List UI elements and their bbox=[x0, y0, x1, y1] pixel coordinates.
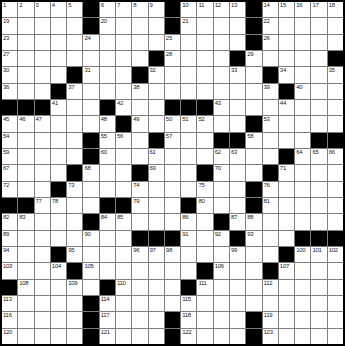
white-cell-r5-c4[interactable] bbox=[51, 67, 66, 82]
white-cell-r6-c21[interactable] bbox=[328, 84, 343, 99]
white-cell-r14-c20[interactable] bbox=[311, 214, 326, 229]
white-cell-r5-c14[interactable] bbox=[214, 67, 229, 82]
white-cell-r14-c11[interactable] bbox=[165, 214, 180, 229]
white-cell-r14-c16[interactable]: 88 bbox=[246, 214, 261, 229]
white-cell-r6-c12[interactable] bbox=[181, 84, 196, 99]
white-cell-r7-c20[interactable] bbox=[311, 100, 326, 115]
white-cell-r1-c4[interactable]: 4 bbox=[51, 2, 66, 17]
white-cell-r21-c9[interactable] bbox=[132, 329, 147, 344]
white-cell-r16-c9[interactable]: 96 bbox=[132, 247, 147, 262]
white-cell-r4-c8[interactable] bbox=[116, 51, 131, 66]
white-cell-r16-c21[interactable]: 102 bbox=[328, 247, 343, 262]
white-cell-r7-c4[interactable]: 41 bbox=[51, 100, 66, 115]
white-cell-r2-c21[interactable] bbox=[328, 18, 343, 33]
white-cell-r18-c4[interactable] bbox=[51, 280, 66, 295]
white-cell-r10-c5[interactable] bbox=[67, 149, 82, 164]
white-cell-r18-c11[interactable] bbox=[165, 280, 180, 295]
white-cell-r13-c21[interactable] bbox=[328, 198, 343, 213]
white-cell-r5-c18[interactable]: 34 bbox=[279, 67, 294, 82]
white-cell-r2-c19[interactable] bbox=[295, 18, 310, 33]
white-cell-r14-c21[interactable] bbox=[328, 214, 343, 229]
white-cell-r12-c12[interactable] bbox=[181, 182, 196, 197]
white-cell-r11-c15[interactable] bbox=[230, 165, 245, 180]
white-cell-r9-c19[interactable] bbox=[295, 133, 310, 148]
white-cell-r21-c21[interactable] bbox=[328, 329, 343, 344]
white-cell-r21-c17[interactable]: 123 bbox=[263, 329, 278, 344]
white-cell-r18-c15[interactable] bbox=[230, 280, 245, 295]
white-cell-r19-c19[interactable] bbox=[295, 296, 310, 311]
white-cell-r14-c15[interactable]: 87 bbox=[230, 214, 245, 229]
white-cell-r2-c2[interactable] bbox=[18, 18, 33, 33]
white-cell-r20-c1[interactable]: 116 bbox=[2, 312, 17, 327]
white-cell-r18-c8[interactable]: 110 bbox=[116, 280, 131, 295]
white-cell-r18-c10[interactable] bbox=[149, 280, 164, 295]
white-cell-r7-c10[interactable] bbox=[149, 100, 164, 115]
white-cell-r2-c14[interactable] bbox=[214, 18, 229, 33]
white-cell-r7-c15[interactable] bbox=[230, 100, 245, 115]
white-cell-r19-c4[interactable] bbox=[51, 296, 66, 311]
white-cell-r9-c3[interactable] bbox=[35, 133, 50, 148]
white-cell-r10-c2[interactable] bbox=[18, 149, 33, 164]
white-cell-r8-c15[interactable] bbox=[230, 116, 245, 131]
white-cell-r7-c14[interactable]: 43 bbox=[214, 100, 229, 115]
white-cell-r2-c3[interactable] bbox=[35, 18, 50, 33]
white-cell-r19-c11[interactable] bbox=[165, 296, 180, 311]
white-cell-r8-c11[interactable]: 50 bbox=[165, 116, 180, 131]
white-cell-r20-c2[interactable] bbox=[18, 312, 33, 327]
white-cell-r18-c19[interactable] bbox=[295, 280, 310, 295]
white-cell-r18-c3[interactable] bbox=[35, 280, 50, 295]
white-cell-r2-c18[interactable] bbox=[279, 18, 294, 33]
white-cell-r21-c12[interactable]: 122 bbox=[181, 329, 196, 344]
white-cell-r10-c14[interactable]: 62 bbox=[214, 149, 229, 164]
white-cell-r16-c19[interactable]: 100 bbox=[295, 247, 310, 262]
white-cell-r7-c6[interactable] bbox=[83, 100, 98, 115]
white-cell-r3-c7[interactable] bbox=[100, 35, 115, 50]
white-cell-r16-c7[interactable] bbox=[100, 247, 115, 262]
white-cell-r7-c9[interactable] bbox=[132, 100, 147, 115]
white-cell-r15-c18[interactable] bbox=[279, 231, 294, 246]
white-cell-r7-c17[interactable] bbox=[263, 100, 278, 115]
white-cell-r7-c21[interactable] bbox=[328, 100, 343, 115]
white-cell-r8-c10[interactable] bbox=[149, 116, 164, 131]
white-cell-r3-c3[interactable] bbox=[35, 35, 50, 50]
white-cell-r13-c10[interactable] bbox=[149, 198, 164, 213]
white-cell-r21-c1[interactable]: 120 bbox=[2, 329, 17, 344]
white-cell-r20-c12[interactable]: 118 bbox=[181, 312, 196, 327]
white-cell-r17-c20[interactable] bbox=[311, 263, 326, 278]
white-cell-r5-c3[interactable] bbox=[35, 67, 50, 82]
white-cell-r13-c18[interactable] bbox=[279, 198, 294, 213]
white-cell-r3-c20[interactable] bbox=[311, 35, 326, 50]
white-cell-r9-c1[interactable]: 54 bbox=[2, 133, 17, 148]
white-cell-r20-c17[interactable]: 119 bbox=[263, 312, 278, 327]
white-cell-r6-c2[interactable] bbox=[18, 84, 33, 99]
white-cell-r12-c17[interactable]: 76 bbox=[263, 182, 278, 197]
white-cell-r1-c3[interactable]: 3 bbox=[35, 2, 50, 17]
white-cell-r11-c10[interactable]: 69 bbox=[149, 165, 164, 180]
white-cell-r9-c4[interactable] bbox=[51, 133, 66, 148]
white-cell-r8-c1[interactable]: 45 bbox=[2, 116, 17, 131]
white-cell-r14-c2[interactable]: 83 bbox=[18, 214, 33, 229]
white-cell-r7-c19[interactable] bbox=[295, 100, 310, 115]
white-cell-r16-c17[interactable] bbox=[263, 247, 278, 262]
white-cell-r21-c5[interactable] bbox=[67, 329, 82, 344]
white-cell-r13-c9[interactable]: 79 bbox=[132, 198, 147, 213]
white-cell-r3-c14[interactable] bbox=[214, 35, 229, 50]
white-cell-r8-c9[interactable]: 49 bbox=[132, 116, 147, 131]
white-cell-r14-c18[interactable] bbox=[279, 214, 294, 229]
white-cell-r8-c6[interactable] bbox=[83, 116, 98, 131]
white-cell-r6-c10[interactable] bbox=[149, 84, 164, 99]
white-cell-r6-c13[interactable] bbox=[197, 84, 212, 99]
white-cell-r11-c20[interactable] bbox=[311, 165, 326, 180]
white-cell-r10-c8[interactable] bbox=[116, 149, 131, 164]
white-cell-r10-c3[interactable] bbox=[35, 149, 50, 164]
white-cell-r2-c5[interactable] bbox=[67, 18, 82, 33]
white-cell-r18-c16[interactable] bbox=[246, 280, 261, 295]
white-cell-r19-c18[interactable] bbox=[279, 296, 294, 311]
white-cell-r20-c7[interactable]: 117 bbox=[100, 312, 115, 327]
white-cell-r1-c1[interactable]: 1 bbox=[2, 2, 17, 17]
white-cell-r3-c15[interactable] bbox=[230, 35, 245, 50]
white-cell-r9-c2[interactable] bbox=[18, 133, 33, 148]
white-cell-r10-c7[interactable]: 60 bbox=[100, 149, 115, 164]
white-cell-r13-c15[interactable] bbox=[230, 198, 245, 213]
white-cell-r3-c2[interactable] bbox=[18, 35, 33, 50]
white-cell-r20-c20[interactable] bbox=[311, 312, 326, 327]
white-cell-r8-c17[interactable]: 53 bbox=[263, 116, 278, 131]
white-cell-r11-c2[interactable] bbox=[18, 165, 33, 180]
white-cell-r21-c4[interactable] bbox=[51, 329, 66, 344]
white-cell-r19-c15[interactable] bbox=[230, 296, 245, 311]
white-cell-r5-c1[interactable]: 30 bbox=[2, 67, 17, 82]
white-cell-r21-c8[interactable] bbox=[116, 329, 131, 344]
white-cell-r20-c19[interactable] bbox=[295, 312, 310, 327]
white-cell-r12-c21[interactable] bbox=[328, 182, 343, 197]
white-cell-r15-c16[interactable]: 93 bbox=[246, 231, 261, 246]
white-cell-r2-c10[interactable] bbox=[149, 18, 164, 33]
white-cell-r15-c14[interactable]: 92 bbox=[214, 231, 229, 246]
white-cell-r9-c12[interactable] bbox=[181, 133, 196, 148]
white-cell-r2-c17[interactable]: 22 bbox=[263, 18, 278, 33]
white-cell-r4-c9[interactable] bbox=[132, 51, 147, 66]
white-cell-r6-c5[interactable]: 37 bbox=[67, 84, 82, 99]
white-cell-r15-c6[interactable]: 90 bbox=[83, 231, 98, 246]
white-cell-r18-c21[interactable] bbox=[328, 280, 343, 295]
white-cell-r15-c2[interactable] bbox=[18, 231, 33, 246]
white-cell-r12-c6[interactable] bbox=[83, 182, 98, 197]
white-cell-r5-c11[interactable] bbox=[165, 67, 180, 82]
white-cell-r20-c8[interactable] bbox=[116, 312, 131, 327]
white-cell-r19-c3[interactable] bbox=[35, 296, 50, 311]
white-cell-r6-c9[interactable]: 38 bbox=[132, 84, 147, 99]
white-cell-r14-c10[interactable] bbox=[149, 214, 164, 229]
white-cell-r21-c7[interactable]: 121 bbox=[100, 329, 115, 344]
white-cell-r20-c21[interactable] bbox=[328, 312, 343, 327]
white-cell-r21-c3[interactable] bbox=[35, 329, 50, 344]
white-cell-r16-c15[interactable]: 99 bbox=[230, 247, 245, 262]
white-cell-r15-c12[interactable]: 91 bbox=[181, 231, 196, 246]
white-cell-r17-c1[interactable]: 103 bbox=[2, 263, 17, 278]
white-cell-r1-c9[interactable]: 8 bbox=[132, 2, 147, 17]
white-cell-r2-c1[interactable]: 19 bbox=[2, 18, 17, 33]
white-cell-r14-c13[interactable] bbox=[197, 214, 212, 229]
white-cell-r12-c20[interactable] bbox=[311, 182, 326, 197]
white-cell-r21-c15[interactable] bbox=[230, 329, 245, 344]
white-cell-r19-c8[interactable] bbox=[116, 296, 131, 311]
white-cell-r16-c5[interactable]: 95 bbox=[67, 247, 82, 262]
white-cell-r5-c2[interactable] bbox=[18, 67, 33, 82]
white-cell-r6-c11[interactable] bbox=[165, 84, 180, 99]
white-cell-r1-c19[interactable]: 16 bbox=[295, 2, 310, 17]
white-cell-r16-c20[interactable]: 101 bbox=[311, 247, 326, 262]
white-cell-r8-c18[interactable] bbox=[279, 116, 294, 131]
white-cell-r5-c6[interactable]: 31 bbox=[83, 67, 98, 82]
white-cell-r7-c5[interactable] bbox=[67, 100, 82, 115]
white-cell-r6-c16[interactable] bbox=[246, 84, 261, 99]
white-cell-r21-c19[interactable] bbox=[295, 329, 310, 344]
white-cell-r18-c17[interactable]: 112 bbox=[263, 280, 278, 295]
white-cell-r15-c3[interactable] bbox=[35, 231, 50, 246]
white-cell-r12-c14[interactable] bbox=[214, 182, 229, 197]
white-cell-r12-c15[interactable] bbox=[230, 182, 245, 197]
white-cell-r15-c4[interactable] bbox=[51, 231, 66, 246]
white-cell-r3-c6[interactable]: 24 bbox=[83, 35, 98, 50]
white-cell-r3-c1[interactable]: 23 bbox=[2, 35, 17, 50]
white-cell-r9-c18[interactable] bbox=[279, 133, 294, 148]
white-cell-r7-c16[interactable] bbox=[246, 100, 261, 115]
white-cell-r14-c3[interactable] bbox=[35, 214, 50, 229]
white-cell-r19-c1[interactable]: 113 bbox=[2, 296, 17, 311]
white-cell-r8-c12[interactable]: 51 bbox=[181, 116, 196, 131]
white-cell-r17-c3[interactable] bbox=[35, 263, 50, 278]
white-cell-r10-c17[interactable] bbox=[263, 149, 278, 164]
white-cell-r19-c2[interactable] bbox=[18, 296, 33, 311]
white-cell-r8-c7[interactable]: 48 bbox=[100, 116, 115, 131]
white-cell-r11-c21[interactable] bbox=[328, 165, 343, 180]
white-cell-r5-c7[interactable] bbox=[100, 67, 115, 82]
white-cell-r11-c7[interactable] bbox=[100, 165, 115, 180]
white-cell-r9-c13[interactable] bbox=[197, 133, 212, 148]
white-cell-r14-c19[interactable] bbox=[295, 214, 310, 229]
white-cell-r10-c16[interactable] bbox=[246, 149, 261, 164]
white-cell-r3-c8[interactable] bbox=[116, 35, 131, 50]
white-cell-r20-c13[interactable] bbox=[197, 312, 212, 327]
white-cell-r4-c16[interactable]: 29 bbox=[246, 51, 261, 66]
white-cell-r4-c19[interactable] bbox=[295, 51, 310, 66]
white-cell-r8-c2[interactable]: 46 bbox=[18, 116, 33, 131]
white-cell-r4-c11[interactable]: 28 bbox=[165, 51, 180, 66]
white-cell-r2-c4[interactable] bbox=[51, 18, 66, 33]
white-cell-r4-c13[interactable] bbox=[197, 51, 212, 66]
white-cell-r19-c17[interactable] bbox=[263, 296, 278, 311]
white-cell-r9-c17[interactable] bbox=[263, 133, 278, 148]
white-cell-r19-c16[interactable] bbox=[246, 296, 261, 311]
white-cell-r18-c2[interactable]: 108 bbox=[18, 280, 33, 295]
white-cell-r10-c20[interactable]: 65 bbox=[311, 149, 326, 164]
white-cell-r9-c16[interactable]: 58 bbox=[246, 133, 261, 148]
white-cell-r14-c1[interactable]: 82 bbox=[2, 214, 17, 229]
white-cell-r14-c17[interactable] bbox=[263, 214, 278, 229]
white-cell-r17-c7[interactable] bbox=[100, 263, 115, 278]
white-cell-r3-c5[interactable] bbox=[67, 35, 82, 50]
white-cell-r4-c6[interactable] bbox=[83, 51, 98, 66]
white-cell-r17-c15[interactable] bbox=[230, 263, 245, 278]
white-cell-r16-c6[interactable] bbox=[83, 247, 98, 262]
white-cell-r1-c17[interactable]: 14 bbox=[263, 2, 278, 17]
white-cell-r6-c7[interactable] bbox=[100, 84, 115, 99]
white-cell-r12-c11[interactable] bbox=[165, 182, 180, 197]
white-cell-r20-c9[interactable] bbox=[132, 312, 147, 327]
white-cell-r13-c13[interactable]: 80 bbox=[197, 198, 212, 213]
white-cell-r11-c3[interactable] bbox=[35, 165, 50, 180]
white-cell-r20-c14[interactable] bbox=[214, 312, 229, 327]
white-cell-r3-c9[interactable] bbox=[132, 35, 147, 50]
white-cell-r8-c3[interactable]: 47 bbox=[35, 116, 50, 131]
white-cell-r13-c17[interactable]: 81 bbox=[263, 198, 278, 213]
white-cell-r18-c20[interactable] bbox=[311, 280, 326, 295]
white-cell-r10-c21[interactable]: 66 bbox=[328, 149, 343, 164]
white-cell-r4-c12[interactable] bbox=[181, 51, 196, 66]
white-cell-r3-c10[interactable] bbox=[149, 35, 164, 50]
white-cell-r12-c7[interactable] bbox=[100, 182, 115, 197]
white-cell-r16-c2[interactable] bbox=[18, 247, 33, 262]
white-cell-r5-c20[interactable] bbox=[311, 67, 326, 82]
white-cell-r20-c10[interactable] bbox=[149, 312, 164, 327]
white-cell-r17-c18[interactable]: 107 bbox=[279, 263, 294, 278]
white-cell-r16-c14[interactable] bbox=[214, 247, 229, 262]
white-cell-r3-c17[interactable]: 26 bbox=[263, 35, 278, 50]
white-cell-r18-c13[interactable]: 111 bbox=[197, 280, 212, 295]
white-cell-r4-c14[interactable] bbox=[214, 51, 229, 66]
white-cell-r20-c4[interactable] bbox=[51, 312, 66, 327]
white-cell-r6-c20[interactable] bbox=[311, 84, 326, 99]
white-cell-r2-c7[interactable]: 20 bbox=[100, 18, 115, 33]
white-cell-r11-c12[interactable] bbox=[181, 165, 196, 180]
white-cell-r8-c4[interactable] bbox=[51, 116, 66, 131]
white-cell-r15-c17[interactable] bbox=[263, 231, 278, 246]
white-cell-r17-c12[interactable] bbox=[181, 263, 196, 278]
white-cell-r21-c2[interactable] bbox=[18, 329, 33, 344]
white-cell-r1-c13[interactable]: 11 bbox=[197, 2, 212, 17]
white-cell-r1-c18[interactable]: 15 bbox=[279, 2, 294, 17]
white-cell-r2-c9[interactable] bbox=[132, 18, 147, 33]
white-cell-r15-c5[interactable] bbox=[67, 231, 82, 246]
white-cell-r16-c1[interactable]: 94 bbox=[2, 247, 17, 262]
white-cell-r10-c12[interactable] bbox=[181, 149, 196, 164]
white-cell-r9-c7[interactable]: 55 bbox=[100, 133, 115, 148]
white-cell-r2-c12[interactable]: 21 bbox=[181, 18, 196, 33]
white-cell-r19-c12[interactable]: 115 bbox=[181, 296, 196, 311]
white-cell-r11-c1[interactable]: 67 bbox=[2, 165, 17, 180]
white-cell-r4-c20[interactable] bbox=[311, 51, 326, 66]
white-cell-r6-c19[interactable]: 40 bbox=[295, 84, 310, 99]
white-cell-r16-c12[interactable] bbox=[181, 247, 196, 262]
white-cell-r16-c8[interactable] bbox=[116, 247, 131, 262]
white-cell-r14-c9[interactable] bbox=[132, 214, 147, 229]
white-cell-r19-c5[interactable] bbox=[67, 296, 82, 311]
white-cell-r12-c19[interactable] bbox=[295, 182, 310, 197]
white-cell-r19-c9[interactable] bbox=[132, 296, 147, 311]
white-cell-r18-c5[interactable]: 109 bbox=[67, 280, 82, 295]
white-cell-r19-c14[interactable] bbox=[214, 296, 229, 311]
white-cell-r1-c10[interactable]: 9 bbox=[149, 2, 164, 17]
white-cell-r7-c18[interactable]: 44 bbox=[279, 100, 294, 115]
white-cell-r5-c19[interactable] bbox=[295, 67, 310, 82]
white-cell-r10-c15[interactable]: 63 bbox=[230, 149, 245, 164]
white-cell-r17-c9[interactable] bbox=[132, 263, 147, 278]
white-cell-r18-c6[interactable] bbox=[83, 280, 98, 295]
white-cell-r8-c14[interactable] bbox=[214, 116, 229, 131]
white-cell-r11-c11[interactable] bbox=[165, 165, 180, 180]
white-cell-r7-c8[interactable]: 42 bbox=[116, 100, 131, 115]
white-cell-r8-c19[interactable] bbox=[295, 116, 310, 131]
white-cell-r17-c8[interactable] bbox=[116, 263, 131, 278]
white-cell-r12-c5[interactable]: 73 bbox=[67, 182, 82, 197]
white-cell-r6-c1[interactable]: 36 bbox=[2, 84, 17, 99]
white-cell-r11-c18[interactable]: 71 bbox=[279, 165, 294, 180]
white-cell-r4-c5[interactable] bbox=[67, 51, 82, 66]
white-cell-r21-c13[interactable] bbox=[197, 329, 212, 344]
white-cell-r19-c20[interactable] bbox=[311, 296, 326, 311]
white-cell-r4-c3[interactable] bbox=[35, 51, 50, 66]
white-cell-r14-c12[interactable]: 86 bbox=[181, 214, 196, 229]
white-cell-r15-c8[interactable] bbox=[116, 231, 131, 246]
white-cell-r1-c12[interactable]: 10 bbox=[181, 2, 196, 17]
white-cell-r3-c13[interactable] bbox=[197, 35, 212, 50]
white-cell-r14-c7[interactable]: 84 bbox=[100, 214, 115, 229]
white-cell-r11-c19[interactable] bbox=[295, 165, 310, 180]
white-cell-r21-c14[interactable] bbox=[214, 329, 229, 344]
white-cell-r17-c21[interactable] bbox=[328, 263, 343, 278]
white-cell-r16-c13[interactable] bbox=[197, 247, 212, 262]
white-cell-r5-c15[interactable]: 33 bbox=[230, 67, 245, 82]
white-cell-r21-c20[interactable] bbox=[311, 329, 326, 344]
white-cell-r18-c9[interactable] bbox=[132, 280, 147, 295]
white-cell-r3-c21[interactable] bbox=[328, 35, 343, 50]
white-cell-r11-c6[interactable]: 68 bbox=[83, 165, 98, 180]
white-cell-r12-c8[interactable] bbox=[116, 182, 131, 197]
white-cell-r2-c20[interactable] bbox=[311, 18, 326, 33]
white-cell-r17-c11[interactable] bbox=[165, 263, 180, 278]
white-cell-r10-c10[interactable]: 61 bbox=[149, 149, 164, 164]
white-cell-r4-c4[interactable] bbox=[51, 51, 66, 66]
white-cell-r13-c5[interactable] bbox=[67, 198, 82, 213]
white-cell-r2-c15[interactable] bbox=[230, 18, 245, 33]
white-cell-r3-c4[interactable] bbox=[51, 35, 66, 50]
white-cell-r12-c13[interactable]: 75 bbox=[197, 182, 212, 197]
white-cell-r4-c2[interactable] bbox=[18, 51, 33, 66]
white-cell-r8-c5[interactable] bbox=[67, 116, 82, 131]
white-cell-r4-c1[interactable]: 27 bbox=[2, 51, 17, 66]
white-cell-r1-c15[interactable]: 13 bbox=[230, 2, 245, 17]
white-cell-r9-c5[interactable] bbox=[67, 133, 82, 148]
white-cell-r17-c16[interactable] bbox=[246, 263, 261, 278]
white-cell-r5-c12[interactable] bbox=[181, 67, 196, 82]
white-cell-r9-c8[interactable]: 56 bbox=[116, 133, 131, 148]
white-cell-r19-c7[interactable]: 114 bbox=[100, 296, 115, 311]
white-cell-r11-c14[interactable]: 70 bbox=[214, 165, 229, 180]
white-cell-r17-c4[interactable]: 104 bbox=[51, 263, 66, 278]
white-cell-r18-c14[interactable] bbox=[214, 280, 229, 295]
white-cell-r5-c8[interactable] bbox=[116, 67, 131, 82]
white-cell-r5-c21[interactable]: 35 bbox=[328, 67, 343, 82]
white-cell-r4-c18[interactable] bbox=[279, 51, 294, 66]
white-cell-r11-c16[interactable] bbox=[246, 165, 261, 180]
white-cell-r12-c18[interactable] bbox=[279, 182, 294, 197]
white-cell-r8-c20[interactable] bbox=[311, 116, 326, 131]
